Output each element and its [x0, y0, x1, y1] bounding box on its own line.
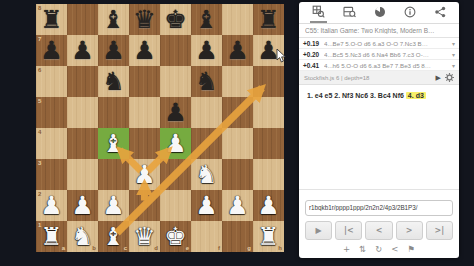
tab-analysis[interactable]	[310, 2, 327, 23]
square-h4[interactable]	[253, 128, 284, 159]
square-e4[interactable]: ♟	[160, 128, 191, 159]
square-a6[interactable]: 6	[36, 66, 67, 97]
square-b4[interactable]	[67, 128, 98, 159]
flip-board-icon[interactable]: ⇅	[359, 245, 366, 254]
analysis-board-icon	[312, 5, 325, 18]
square-h6[interactable]	[253, 66, 284, 97]
square-e6[interactable]	[160, 66, 191, 97]
square-e5[interactable]: ♟	[160, 97, 191, 128]
white-pawn[interactable]: ♟	[253, 190, 284, 221]
black-pawn[interactable]: ♟	[191, 35, 222, 66]
square-e8[interactable]: ♚	[160, 4, 191, 35]
square-d6[interactable]	[129, 66, 160, 97]
black-rook[interactable]: ♜	[253, 4, 284, 35]
square-h5[interactable]	[253, 97, 284, 128]
nav-buttons: ▶ |< < > >|	[305, 221, 453, 240]
square-c6[interactable]: ♞	[98, 66, 129, 97]
engine-status: Stockfish.js 6 | depth=18	[304, 75, 369, 81]
square-c3[interactable]	[98, 159, 129, 190]
file-label: h	[278, 245, 282, 251]
square-a3[interactable]: 3	[36, 159, 67, 190]
square-h2[interactable]: ♟	[253, 190, 284, 221]
engine-status-bar: Stockfish.js 6 | depth=18 ▶	[299, 71, 459, 85]
square-b6[interactable]	[67, 66, 98, 97]
square-b5[interactable]	[67, 97, 98, 128]
square-f5[interactable]	[191, 97, 222, 128]
rank-label: 3	[38, 160, 41, 166]
square-g6[interactable]	[222, 66, 253, 97]
black-bishop[interactable]: ♝	[98, 4, 129, 35]
square-e1[interactable]: e♚	[160, 221, 191, 252]
square-d3[interactable]: ♟	[129, 159, 160, 190]
white-pawn[interactable]: ♟	[98, 190, 129, 221]
square-g5[interactable]	[222, 97, 253, 128]
square-f1[interactable]: f	[191, 221, 222, 252]
square-c5[interactable]	[98, 97, 129, 128]
panel-bottom-controls: ▶ |< < > >| + ⇅ ↻ < ⚑	[299, 189, 459, 258]
file-label: b	[92, 245, 96, 251]
square-a4[interactable]: 4	[36, 128, 67, 159]
rank-label: 6	[38, 67, 41, 73]
square-e3[interactable]	[160, 159, 191, 190]
square-g3[interactable]	[222, 159, 253, 190]
black-pawn[interactable]: ♟	[129, 35, 160, 66]
panel-spacer	[299, 101, 459, 189]
white-pawn[interactable]: ♟	[222, 190, 253, 221]
square-g4[interactable]	[222, 128, 253, 159]
square-d1[interactable]: d♛	[129, 221, 160, 252]
square-a2[interactable]: 2♟	[36, 190, 67, 221]
move-list[interactable]: 1. e4 e5 2. Nf3 Nc6 3. Bc4 Nf6 4. d3	[299, 85, 459, 101]
square-d8[interactable]: ♛	[129, 4, 160, 35]
square-h7[interactable]: ♟	[253, 35, 284, 66]
rank-label: 2	[38, 191, 41, 197]
black-pawn[interactable]: ♟	[98, 35, 129, 66]
tab-info[interactable]	[402, 2, 418, 23]
current-move[interactable]: 4. d3	[406, 92, 426, 99]
line-moves: 4...Bc5 5.Nc3 d6 6.Na4 Bb6 7.c3 O-…	[324, 51, 450, 58]
square-h3[interactable]	[253, 159, 284, 190]
square-f4[interactable]	[191, 128, 222, 159]
square-f8[interactable]: ♝	[191, 4, 222, 35]
black-bishop[interactable]: ♝	[191, 4, 222, 35]
square-a5[interactable]: 5	[36, 97, 67, 128]
square-g2[interactable]: ♟	[222, 190, 253, 221]
add-icon[interactable]: +	[343, 245, 350, 254]
square-a7[interactable]: 7♟	[36, 35, 67, 66]
square-h8[interactable]: ♜	[253, 4, 284, 35]
move-list-text[interactable]: 1. e4 e5 2. Nf3 Nc6 3. Bc4 Nf6	[307, 92, 404, 99]
square-b7[interactable]: ♟	[67, 35, 98, 66]
black-pawn[interactable]: ♟	[253, 35, 284, 66]
engine-line-3[interactable]: +0.41 4...h6 5.O-O d6 6.a3 Be7 7.Be3 d5 …	[299, 60, 459, 71]
file-label: c	[124, 245, 127, 251]
square-c2[interactable]: ♟	[98, 190, 129, 221]
opening-name: C55: Italian Game: Two Knights, Modern B…	[305, 27, 453, 34]
chess-board[interactable]: 8♜♝♛♚♝♜7♟♟♟♟♟♟♟6♞♞5♟4♝♟3♟♞2♟♟♟♟♟♟1a♜b♞c♝…	[36, 4, 284, 252]
square-f7[interactable]: ♟	[191, 35, 222, 66]
tab-opening-explorer[interactable]	[341, 2, 358, 23]
info-icon	[404, 6, 416, 18]
square-e2[interactable]	[160, 190, 191, 221]
prev-move-button[interactable]: <	[365, 221, 392, 240]
eval-value: +0.20	[303, 51, 324, 58]
square-f3[interactable]: ♞	[191, 159, 222, 190]
square-d5[interactable]	[129, 97, 160, 128]
last-move-button[interactable]: >|	[426, 221, 453, 240]
square-d4[interactable]	[129, 128, 160, 159]
white-pawn[interactable]: ♟	[160, 128, 191, 159]
black-knight[interactable]: ♞	[98, 66, 129, 97]
black-queen[interactable]: ♛	[129, 4, 160, 35]
opening-name-row: C55: Italian Game: Two Knights, Modern B…	[299, 24, 459, 38]
tab-charts[interactable]	[372, 2, 388, 23]
white-pawn[interactable]: ♟	[129, 159, 160, 190]
first-move-button[interactable]: |<	[335, 221, 362, 240]
panel-tabs	[299, 2, 459, 24]
engine-line-2[interactable]: +0.20 4...Bc5 5.Nc3 d6 6.Na4 Bb6 7.c3 O-…	[299, 49, 459, 60]
black-pawn[interactable]: ♟	[67, 35, 98, 66]
white-pawn[interactable]: ♟	[191, 190, 222, 221]
rank-label: 4	[38, 129, 41, 135]
rank-label: 5	[38, 98, 41, 104]
square-d2[interactable]	[129, 190, 160, 221]
black-pawn[interactable]: ♟	[160, 97, 191, 128]
rank-label: 7	[38, 36, 41, 42]
share-icon[interactable]: <	[391, 245, 398, 254]
file-label: f	[218, 245, 220, 251]
square-g8[interactable]	[222, 4, 253, 35]
square-b2[interactable]: ♟	[67, 190, 98, 221]
black-pawn[interactable]: ♟	[222, 35, 253, 66]
file-label: g	[247, 245, 251, 251]
line-moves: 4...h6 5.O-O d6 6.a3 Be7 7.Be3 d5 8…	[324, 62, 450, 69]
play-button[interactable]: ▶	[305, 221, 332, 240]
engine-go-icon[interactable]: ▶	[436, 74, 441, 81]
engine-settings-gear-icon[interactable]	[445, 73, 454, 82]
share-icon	[434, 6, 446, 18]
extra-tools: + ⇅ ↻ < ⚑	[305, 245, 453, 254]
square-c8[interactable]: ♝	[98, 4, 129, 35]
analysis-panel: C55: Italian Game: Two Knights, Modern B…	[299, 2, 459, 258]
white-pawn[interactable]: ♟	[67, 190, 98, 221]
square-f2[interactable]: ♟	[191, 190, 222, 221]
square-a8[interactable]: 8♜	[36, 4, 67, 35]
square-g7[interactable]: ♟	[222, 35, 253, 66]
square-g1[interactable]: g	[222, 221, 253, 252]
file-label: d	[154, 245, 158, 251]
next-move-button[interactable]: >	[396, 221, 423, 240]
square-f6[interactable]: ♞	[191, 66, 222, 97]
fen-input[interactable]	[305, 200, 453, 216]
reset-icon[interactable]: ↻	[375, 245, 382, 254]
expand-line-icon[interactable]: ▾	[452, 51, 455, 58]
eval-value: +0.19	[303, 40, 324, 47]
engine-line-1[interactable]: +0.19 4...Be7 5.O-O d6 6.a3 O-O 7.Nc3 B……	[299, 38, 459, 49]
square-b1[interactable]: b♞	[67, 221, 98, 252]
square-b8[interactable]	[67, 4, 98, 35]
eval-value: +0.41	[303, 62, 324, 69]
tab-share[interactable]	[432, 2, 448, 23]
white-knight[interactable]: ♞	[191, 159, 222, 190]
flag-icon[interactable]: ⚑	[407, 245, 415, 254]
black-knight[interactable]: ♞	[191, 66, 222, 97]
square-h1[interactable]: h♜	[253, 221, 284, 252]
expand-line-icon[interactable]: ▾	[452, 62, 455, 69]
rank-label: 1	[38, 222, 41, 228]
square-c7[interactable]: ♟	[98, 35, 129, 66]
file-label: e	[186, 245, 189, 251]
board-search-icon	[343, 5, 356, 18]
square-d7[interactable]: ♟	[129, 35, 160, 66]
file-label: a	[62, 245, 65, 251]
square-c1[interactable]: c♝	[98, 221, 129, 252]
rank-label: 8	[38, 5, 41, 11]
pie-chart-icon	[374, 6, 386, 18]
line-moves: 4...Be7 5.O-O d6 6.a3 O-O 7.Nc3 B…	[324, 40, 450, 47]
square-a1[interactable]: 1a♜	[36, 221, 67, 252]
square-b3[interactable]	[67, 159, 98, 190]
white-bishop[interactable]: ♝	[98, 128, 129, 159]
expand-line-icon[interactable]: ▾	[452, 40, 455, 47]
square-c4[interactable]: ♝	[98, 128, 129, 159]
square-e7[interactable]	[160, 35, 191, 66]
black-king[interactable]: ♚	[160, 4, 191, 35]
